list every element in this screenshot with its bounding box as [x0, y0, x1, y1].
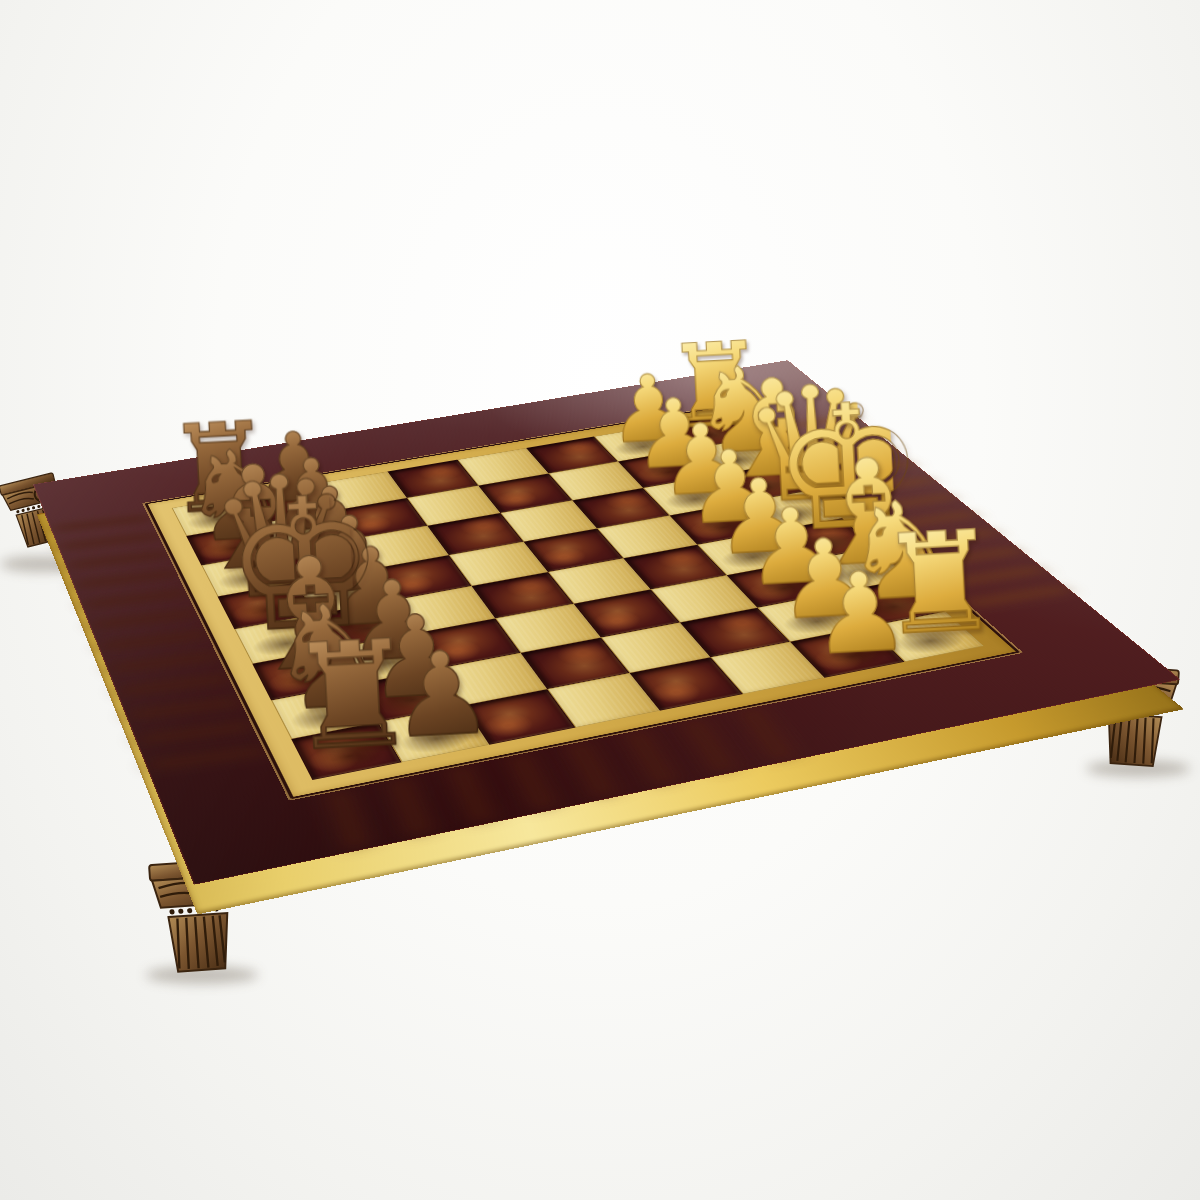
- square-h4[interactable]: [630, 657, 743, 710]
- square-h5[interactable]: [547, 673, 660, 728]
- board-inner-frame: ♜♟♟♜♞♟♟♞♝♟♟♝♛♟♟♛♚♟♟♚♝♟♟♝♞♟♟♞♜♟♟♜: [148, 405, 1016, 797]
- piece-black-rook[interactable]: ♜: [280, 620, 426, 773]
- square-e4[interactable]: [548, 558, 651, 604]
- piece-white-pawn[interactable]: ♟: [792, 555, 929, 671]
- square-h8[interactable]: ♜: [291, 722, 402, 780]
- square-h2[interactable]: ♟: [790, 626, 905, 677]
- playing-field: ♜♟♟♜♞♟♟♞♝♟♟♝♛♟♟♛♚♟♟♚♝♟♟♝♞♟♟♞♜♟♟♜: [172, 414, 984, 780]
- photo-background: ♜♟♟♜♞♟♟♞♝♟♟♝♛♟♟♛♚♟♟♚♝♟♟♝♞♟♟♞♜♟♟♜: [0, 0, 1200, 1200]
